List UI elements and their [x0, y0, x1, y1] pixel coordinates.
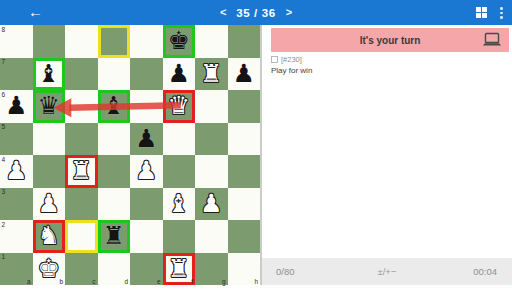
square-d8[interactable]	[98, 25, 131, 58]
file-label-g: g	[222, 278, 226, 285]
square-f5[interactable]	[163, 123, 196, 156]
board-grid: 8♚7♝♟♜♟6♟♛♝♛5♟4♟♜♟3♟♝♟2♞♜1ab♚cdef♜gh	[0, 25, 260, 285]
rank-label-8: 8	[2, 26, 6, 33]
rank-label-2: 2	[2, 221, 6, 228]
piece-white-bishop-f3[interactable]: ♝	[163, 188, 196, 221]
square-e2[interactable]	[130, 220, 163, 253]
top-app-bar: ← < 35 / 36 >	[0, 0, 512, 25]
square-g8[interactable]	[195, 25, 228, 58]
piece-black-bishop-d6[interactable]: ♝	[98, 90, 131, 123]
square-d4[interactable]	[98, 155, 131, 188]
piece-black-king-f8[interactable]: ♚	[163, 25, 196, 58]
piece-white-pawn-g3[interactable]: ♟	[195, 188, 228, 221]
square-f8[interactable]: ♚	[163, 25, 196, 58]
piece-white-rook-f1[interactable]: ♜	[163, 253, 196, 286]
chess-trainer-app: ← < 35 / 36 > 8♚7♝♟♜♟6♟♛♝♛5♟4♟♜♟3♟♝♟2♞♜1…	[0, 0, 512, 291]
square-b1[interactable]: b♚	[33, 253, 66, 286]
square-h2[interactable]	[228, 220, 261, 253]
computer-icon[interactable]	[482, 32, 502, 48]
square-e6[interactable]	[130, 90, 163, 123]
puzzle-navigator: < 35 / 36 >	[0, 0, 512, 25]
piece-white-pawn-e4[interactable]: ♟	[130, 155, 163, 188]
square-f3[interactable]: ♝	[163, 188, 196, 221]
kebab-menu-icon[interactable]	[500, 7, 503, 19]
checkbox-icon[interactable]	[271, 56, 278, 63]
file-label-h: h	[254, 278, 258, 285]
file-label-b: b	[59, 278, 63, 285]
puzzle-id: [#230]	[281, 55, 302, 64]
square-f7[interactable]: ♟	[163, 58, 196, 91]
square-e8[interactable]	[130, 25, 163, 58]
prev-puzzle-icon[interactable]: <	[220, 0, 226, 25]
square-a7[interactable]: 7	[0, 58, 33, 91]
square-g5[interactable]	[195, 123, 228, 156]
piece-black-queen-b6[interactable]: ♛	[33, 90, 66, 123]
file-label-d: d	[124, 278, 128, 285]
square-e3[interactable]	[130, 188, 163, 221]
rank-label-1: 1	[2, 253, 6, 260]
puzzle-meta: [#230] Play for win	[271, 54, 312, 75]
file-label-f: f	[191, 278, 193, 285]
square-d3[interactable]	[98, 188, 131, 221]
square-e5[interactable]: ♟	[130, 123, 163, 156]
square-d2[interactable]: ♜	[98, 220, 131, 253]
square-a2[interactable]: 2	[0, 220, 33, 253]
square-f4[interactable]	[163, 155, 196, 188]
rank-label-7: 7	[2, 58, 6, 65]
piece-black-pawn-h7[interactable]: ♟	[228, 58, 261, 91]
piece-white-knight-b2[interactable]: ♞	[33, 220, 66, 253]
rank-label-6: 6	[2, 91, 6, 98]
puzzle-counter: 35 / 36	[236, 7, 275, 19]
square-a3[interactable]: 3	[0, 188, 33, 221]
clock: 00:04	[473, 266, 497, 277]
square-c5[interactable]	[65, 123, 98, 156]
chess-board: 8♚7♝♟♜♟6♟♛♝♛5♟4♟♜♟3♟♝♟2♞♜1ab♚cdef♜gh	[0, 25, 260, 285]
piece-black-pawn-e5[interactable]: ♟	[130, 123, 163, 156]
square-d6[interactable]: ♝	[98, 90, 131, 123]
square-e7[interactable]	[130, 58, 163, 91]
square-c8[interactable]	[65, 25, 98, 58]
square-f2[interactable]	[163, 220, 196, 253]
square-h5[interactable]	[228, 123, 261, 156]
piece-white-queen-f6[interactable]: ♛	[163, 90, 196, 123]
square-b3[interactable]: ♟	[33, 188, 66, 221]
grid-icon[interactable]	[476, 7, 487, 18]
square-g3[interactable]: ♟	[195, 188, 228, 221]
file-label-c: c	[92, 278, 95, 285]
turn-banner-text: It's your turn	[360, 35, 421, 46]
square-b6[interactable]: ♛	[33, 90, 66, 123]
square-a1[interactable]: 1a	[0, 253, 33, 286]
square-b7[interactable]: ♝	[33, 58, 66, 91]
status-bar: 0/80 ±/+− 00:04	[262, 258, 512, 285]
square-f6[interactable]: ♛	[163, 90, 196, 123]
square-d5[interactable]	[98, 123, 131, 156]
square-h3[interactable]	[228, 188, 261, 221]
square-e4[interactable]: ♟	[130, 155, 163, 188]
piece-white-pawn-b3[interactable]: ♟	[33, 188, 66, 221]
square-c4[interactable]: ♜	[65, 155, 98, 188]
square-a5[interactable]: 5	[0, 123, 33, 156]
piece-black-rook-d2[interactable]: ♜	[98, 220, 131, 253]
square-g6[interactable]	[195, 90, 228, 123]
square-d7[interactable]	[98, 58, 131, 91]
square-a8[interactable]: 8	[0, 25, 33, 58]
square-h7[interactable]: ♟	[228, 58, 261, 91]
turn-banner: It's your turn	[271, 28, 509, 52]
puzzle-objective: Play for win	[271, 66, 312, 75]
piece-white-rook-g7[interactable]: ♜	[195, 58, 228, 91]
square-h6[interactable]	[228, 90, 261, 123]
square-b8[interactable]	[33, 25, 66, 58]
square-a6[interactable]: 6♟	[0, 90, 33, 123]
rank-label-3: 3	[2, 188, 6, 195]
piece-white-rook-c4[interactable]: ♜	[65, 155, 98, 188]
square-d1[interactable]: d	[98, 253, 131, 286]
square-h1[interactable]: h	[228, 253, 261, 286]
piece-black-pawn-f7[interactable]: ♟	[163, 58, 196, 91]
square-g4[interactable]	[195, 155, 228, 188]
file-label-a: a	[27, 278, 31, 285]
square-h4[interactable]	[228, 155, 261, 188]
square-b2[interactable]: ♞	[33, 220, 66, 253]
square-a4[interactable]: 4♟	[0, 155, 33, 188]
square-e1[interactable]: e	[130, 253, 163, 286]
square-h8[interactable]	[228, 25, 261, 58]
next-puzzle-icon[interactable]: >	[286, 0, 292, 25]
square-b4[interactable]	[33, 155, 66, 188]
rank-label-4: 4	[2, 156, 6, 163]
piece-black-bishop-b7[interactable]: ♝	[33, 58, 66, 91]
square-c3[interactable]	[65, 188, 98, 221]
square-g1[interactable]: g	[195, 253, 228, 286]
square-b5[interactable]	[33, 123, 66, 156]
square-g7[interactable]: ♜	[195, 58, 228, 91]
square-c2[interactable]	[65, 220, 98, 253]
file-label-e: e	[157, 278, 161, 285]
square-c7[interactable]	[65, 58, 98, 91]
square-c1[interactable]: c	[65, 253, 98, 286]
side-panel: It's your turn [#230] Play for win 0/80 …	[262, 25, 512, 285]
square-g2[interactable]	[195, 220, 228, 253]
square-f1[interactable]: f♜	[163, 253, 196, 286]
square-c6[interactable]	[65, 90, 98, 123]
rank-label-5: 5	[2, 123, 6, 130]
